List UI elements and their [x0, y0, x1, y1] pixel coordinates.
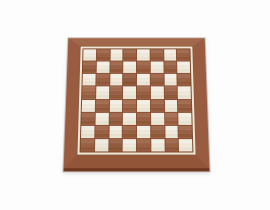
square-a1[interactable]	[80, 139, 93, 151]
square-c5[interactable]	[109, 86, 122, 98]
square-g2[interactable]	[164, 125, 177, 137]
square-c3[interactable]	[109, 112, 122, 124]
square-d1[interactable]	[122, 139, 135, 151]
square-b1[interactable]	[94, 139, 107, 151]
square-d3[interactable]	[123, 112, 136, 124]
square-h4[interactable]	[178, 99, 191, 111]
square-a4[interactable]	[81, 99, 94, 111]
square-b8[interactable]	[96, 49, 109, 60]
square-e2[interactable]	[137, 125, 150, 137]
maple-fillet-line	[76, 45, 196, 155]
square-g8[interactable]	[163, 49, 176, 60]
square-h1[interactable]	[179, 139, 192, 151]
board-front-edge	[63, 38, 209, 171]
square-g1[interactable]	[165, 139, 178, 151]
square-a8[interactable]	[83, 49, 96, 60]
board-frame	[63, 38, 209, 168]
square-a2[interactable]	[80, 125, 93, 137]
square-d2[interactable]	[123, 125, 136, 137]
square-f4[interactable]	[150, 99, 163, 111]
square-h2[interactable]	[178, 125, 191, 137]
chessboard	[63, 38, 209, 171]
square-a7[interactable]	[82, 61, 95, 73]
square-h6[interactable]	[177, 74, 190, 86]
board-squares	[79, 48, 193, 152]
square-c1[interactable]	[108, 139, 121, 151]
square-g3[interactable]	[164, 112, 177, 124]
square-f2[interactable]	[150, 125, 163, 137]
square-g4[interactable]	[164, 99, 177, 111]
square-c7[interactable]	[109, 61, 122, 73]
square-b7[interactable]	[96, 61, 109, 73]
square-h8[interactable]	[177, 49, 190, 60]
square-a6[interactable]	[82, 74, 95, 86]
square-e6[interactable]	[136, 74, 149, 86]
square-b6[interactable]	[96, 74, 109, 86]
square-g7[interactable]	[163, 61, 176, 73]
square-b3[interactable]	[95, 112, 108, 124]
square-d5[interactable]	[123, 86, 136, 98]
square-a3[interactable]	[81, 112, 94, 124]
square-c8[interactable]	[110, 49, 123, 60]
square-d6[interactable]	[123, 74, 136, 86]
square-h3[interactable]	[178, 112, 191, 124]
square-e5[interactable]	[136, 86, 149, 98]
square-e8[interactable]	[136, 49, 148, 60]
square-c2[interactable]	[109, 125, 122, 137]
photo-background	[0, 0, 270, 210]
square-c4[interactable]	[109, 99, 122, 111]
square-h5[interactable]	[177, 86, 190, 98]
square-e7[interactable]	[136, 61, 149, 73]
square-e3[interactable]	[137, 112, 150, 124]
square-f6[interactable]	[150, 74, 163, 86]
square-e1[interactable]	[137, 139, 150, 151]
square-h7[interactable]	[177, 61, 190, 73]
square-a5[interactable]	[82, 86, 95, 98]
square-b5[interactable]	[95, 86, 108, 98]
square-d8[interactable]	[123, 49, 135, 60]
square-f3[interactable]	[150, 112, 163, 124]
square-d7[interactable]	[123, 61, 136, 73]
square-f5[interactable]	[150, 86, 163, 98]
square-g6[interactable]	[164, 74, 177, 86]
square-c6[interactable]	[109, 74, 122, 86]
square-g5[interactable]	[164, 86, 177, 98]
square-f1[interactable]	[151, 139, 164, 151]
square-d4[interactable]	[123, 99, 136, 111]
square-e4[interactable]	[136, 99, 149, 111]
square-b4[interactable]	[95, 99, 108, 111]
square-f8[interactable]	[150, 49, 163, 60]
square-b2[interactable]	[95, 125, 108, 137]
square-f7[interactable]	[150, 61, 163, 73]
